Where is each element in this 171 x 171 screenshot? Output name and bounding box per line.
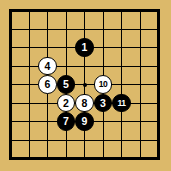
- white-stone-10: 10: [94, 75, 113, 94]
- black-stone-1: 1: [75, 38, 94, 57]
- black-stone-9: 9: [75, 112, 94, 131]
- move-number: 1: [82, 42, 88, 53]
- white-stone-4: 4: [38, 57, 57, 76]
- move-number: 6: [45, 79, 51, 90]
- white-stone-8: 8: [75, 94, 94, 113]
- go-board[interactable]: 1234567891011: [0, 0, 171, 171]
- move-number: 3: [100, 97, 106, 108]
- move-number: 11: [118, 98, 126, 107]
- black-stone-5: 5: [57, 75, 76, 94]
- move-number: 5: [63, 79, 69, 90]
- move-number: 8: [82, 97, 88, 108]
- star-point: [83, 83, 87, 87]
- move-number: 4: [45, 60, 51, 71]
- move-number: 9: [82, 116, 88, 127]
- move-number: 2: [63, 97, 69, 108]
- black-stone-7: 7: [57, 112, 76, 131]
- move-number: 10: [99, 80, 107, 89]
- white-stone-6: 6: [38, 75, 57, 94]
- go-diagram: 1234567891011: [0, 0, 171, 171]
- black-stone-11: 11: [112, 94, 131, 113]
- move-number: 7: [63, 116, 69, 127]
